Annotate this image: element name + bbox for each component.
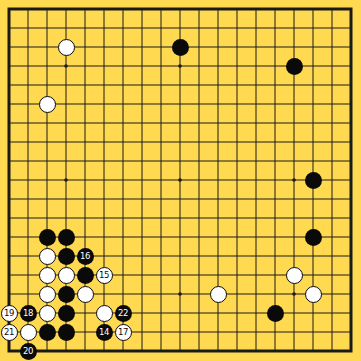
stone-white [39, 305, 56, 322]
star-point [64, 178, 68, 182]
stone-white [39, 96, 56, 113]
stone-white [286, 267, 303, 284]
move-number-label: 16 [80, 252, 90, 261]
stone-white [39, 267, 56, 284]
stone-black [267, 305, 284, 322]
stone-black [58, 286, 75, 303]
stone-black [39, 229, 56, 246]
stone-black [58, 305, 75, 322]
stone-black-move-20: 20 [20, 343, 37, 360]
move-number-label: 21 [4, 328, 14, 337]
stone-black [58, 248, 75, 265]
stone-white [58, 267, 75, 284]
stone-white [96, 305, 113, 322]
star-point [178, 292, 182, 296]
stone-white-move-21: 21 [1, 324, 18, 341]
star-point [64, 64, 68, 68]
stone-white-move-15: 15 [96, 267, 113, 284]
stone-white [20, 324, 37, 341]
move-number-label: 17 [118, 328, 128, 337]
move-number-label: 15 [99, 271, 109, 280]
stone-black [77, 267, 94, 284]
stone-black [305, 229, 322, 246]
stone-black-move-16: 16 [77, 248, 94, 265]
stone-black [58, 229, 75, 246]
go-board: 161519182221141720 [0, 0, 361, 361]
stone-white [77, 286, 94, 303]
stone-black [305, 172, 322, 189]
stone-white [305, 286, 322, 303]
star-point [292, 178, 296, 182]
star-point [178, 64, 182, 68]
stone-white [39, 286, 56, 303]
move-number-label: 22 [118, 309, 128, 318]
star-point [292, 292, 296, 296]
star-point [178, 178, 182, 182]
stone-black-move-18: 18 [20, 305, 37, 322]
stone-black-move-22: 22 [115, 305, 132, 322]
stone-white-move-19: 19 [1, 305, 18, 322]
stone-white [210, 286, 227, 303]
stone-white-move-17: 17 [115, 324, 132, 341]
stone-black [286, 58, 303, 75]
move-number-label: 19 [4, 309, 14, 318]
move-number-label: 20 [23, 347, 33, 356]
move-number-label: 14 [99, 328, 109, 337]
move-number-label: 18 [23, 309, 33, 318]
stone-white [58, 39, 75, 56]
stone-black [172, 39, 189, 56]
stone-white [39, 248, 56, 265]
stone-black [58, 324, 75, 341]
stone-black-move-14: 14 [96, 324, 113, 341]
stone-black [39, 324, 56, 341]
